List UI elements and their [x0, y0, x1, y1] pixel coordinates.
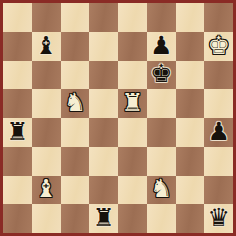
black-queen-h1: ♛	[207, 205, 229, 230]
square-d5[interactable]	[89, 89, 118, 118]
square-a6[interactable]	[3, 61, 32, 90]
square-f5[interactable]	[147, 89, 176, 118]
square-g1[interactable]	[176, 204, 205, 233]
square-b8[interactable]	[32, 3, 61, 32]
square-c7[interactable]	[61, 32, 90, 61]
square-g8[interactable]	[176, 3, 205, 32]
square-a8[interactable]	[3, 3, 32, 32]
chess-board: ♝♟♚♚♞♜♜♟♝♞♜♛	[0, 0, 236, 236]
square-a7[interactable]	[3, 32, 32, 61]
square-g7[interactable]	[176, 32, 205, 61]
square-h1[interactable]: ♛	[204, 204, 233, 233]
square-b7[interactable]: ♝	[32, 32, 61, 61]
square-f4[interactable]	[147, 118, 176, 147]
square-h5[interactable]	[204, 89, 233, 118]
square-d2[interactable]	[89, 176, 118, 205]
white-rook-e5: ♜	[121, 90, 143, 115]
square-e8[interactable]	[118, 3, 147, 32]
white-knight-c5: ♞	[64, 90, 86, 115]
square-b2[interactable]: ♝	[32, 176, 61, 205]
square-a1[interactable]	[3, 204, 32, 233]
square-c1[interactable]	[61, 204, 90, 233]
square-d6[interactable]	[89, 61, 118, 90]
square-d4[interactable]	[89, 118, 118, 147]
black-bishop-b7: ♝	[35, 33, 57, 58]
square-b4[interactable]	[32, 118, 61, 147]
square-f8[interactable]	[147, 3, 176, 32]
square-f7[interactable]: ♟	[147, 32, 176, 61]
square-e3[interactable]	[118, 147, 147, 176]
square-c4[interactable]	[61, 118, 90, 147]
square-f3[interactable]	[147, 147, 176, 176]
square-c3[interactable]	[61, 147, 90, 176]
black-king-f6: ♚	[150, 61, 172, 86]
black-pawn-f7: ♟	[150, 33, 172, 58]
square-c5[interactable]: ♞	[61, 89, 90, 118]
black-rook-a4: ♜	[6, 119, 28, 144]
white-bishop-b2: ♝	[35, 176, 57, 201]
square-e6[interactable]	[118, 61, 147, 90]
square-h7[interactable]: ♚	[204, 32, 233, 61]
square-e4[interactable]	[118, 118, 147, 147]
square-c2[interactable]	[61, 176, 90, 205]
square-f6[interactable]: ♚	[147, 61, 176, 90]
square-d8[interactable]	[89, 3, 118, 32]
square-d7[interactable]	[89, 32, 118, 61]
square-e5[interactable]: ♜	[118, 89, 147, 118]
square-f1[interactable]	[147, 204, 176, 233]
square-g3[interactable]	[176, 147, 205, 176]
square-h4[interactable]: ♟	[204, 118, 233, 147]
square-g2[interactable]	[176, 176, 205, 205]
square-b1[interactable]	[32, 204, 61, 233]
black-pawn-h4: ♟	[207, 119, 229, 144]
square-a2[interactable]	[3, 176, 32, 205]
square-f2[interactable]: ♞	[147, 176, 176, 205]
square-h2[interactable]	[204, 176, 233, 205]
square-b5[interactable]	[32, 89, 61, 118]
square-h8[interactable]	[204, 3, 233, 32]
white-knight-f2: ♞	[150, 176, 172, 201]
square-g5[interactable]	[176, 89, 205, 118]
square-e7[interactable]	[118, 32, 147, 61]
square-c6[interactable]	[61, 61, 90, 90]
square-a4[interactable]: ♜	[3, 118, 32, 147]
white-king-h7: ♚	[207, 33, 229, 58]
square-d1[interactable]: ♜	[89, 204, 118, 233]
square-e1[interactable]	[118, 204, 147, 233]
black-rook-d1: ♜	[92, 205, 114, 230]
square-h6[interactable]	[204, 61, 233, 90]
square-g4[interactable]	[176, 118, 205, 147]
square-d3[interactable]	[89, 147, 118, 176]
square-a5[interactable]	[3, 89, 32, 118]
square-c8[interactable]	[61, 3, 90, 32]
square-g6[interactable]	[176, 61, 205, 90]
square-h3[interactable]	[204, 147, 233, 176]
square-e2[interactable]	[118, 176, 147, 205]
square-a3[interactable]	[3, 147, 32, 176]
square-b6[interactable]	[32, 61, 61, 90]
square-b3[interactable]	[32, 147, 61, 176]
